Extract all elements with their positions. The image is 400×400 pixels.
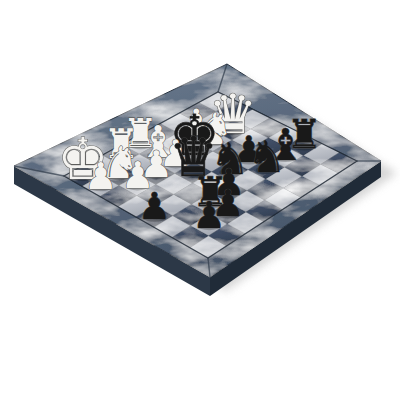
black-knight-glyph: ♞ [247, 131, 286, 182]
white-pawn-glyph: ♟ [84, 155, 117, 198]
black-pawn-glyph: ♟ [138, 185, 171, 228]
piece-black-knight-f6[interactable]: ♞ [247, 131, 286, 182]
piece-white-pawn-a2[interactable]: ♟ [84, 155, 117, 198]
chess-scene: ♛♟♞♜♜♚♝♜♝♟♟♞♞♛♟♞♚♟♟♟♜♟♟♟ [0, 0, 400, 400]
black-pawn-glyph: ♟ [192, 194, 225, 237]
chessboard-3d: ♛♟♞♜♜♚♝♜♝♟♟♞♞♛♟♞♚♟♟♟♜♟♟♟ [0, 0, 400, 400]
piece-black-pawn-a5[interactable]: ♟ [138, 185, 171, 228]
piece-black-pawn-b7[interactable]: ♟ [192, 194, 225, 237]
